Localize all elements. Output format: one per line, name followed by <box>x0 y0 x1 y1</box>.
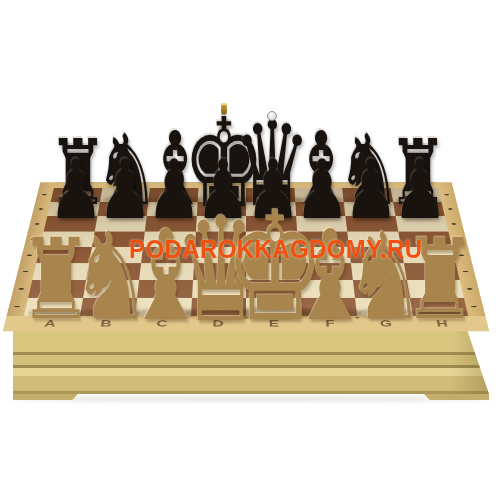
board-square <box>395 216 448 231</box>
board-square <box>193 263 246 280</box>
board-square <box>390 188 441 202</box>
rim-hole <box>27 254 32 256</box>
board-square <box>409 297 468 315</box>
brass-pin <box>355 317 359 318</box>
board-square <box>246 216 297 231</box>
board-square <box>298 263 352 280</box>
board-square <box>40 231 94 247</box>
box-mid-slab <box>0 355 500 365</box>
file-label: A <box>38 319 62 329</box>
board-square <box>36 247 91 263</box>
board-square <box>86 263 141 280</box>
board-square <box>197 188 246 202</box>
rim-hole <box>38 208 43 209</box>
rim-hole <box>451 223 456 224</box>
rim-hole <box>459 254 464 256</box>
chess-set-product-photo: ABCDEFGH ♜♞♝♚♛♝♞♜♟♟♟♟♟♟♟♟♜♞♝♛♚♝♞♜ PODARO… <box>0 0 500 500</box>
board-square <box>147 202 198 217</box>
board-square <box>192 280 246 297</box>
rim-hole <box>18 288 24 290</box>
board-square <box>355 297 413 315</box>
board-square <box>94 216 146 231</box>
board-square <box>246 263 299 280</box>
file-label: H <box>430 319 454 329</box>
rim-hole <box>14 306 20 308</box>
board-square <box>139 263 193 280</box>
box-lid-edge <box>0 330 500 352</box>
rim-hole <box>35 223 40 224</box>
box-base-slab <box>0 376 500 391</box>
board-square <box>351 263 406 280</box>
file-label: D <box>207 319 229 329</box>
board-square <box>393 202 445 217</box>
board-square <box>83 280 140 297</box>
board-square <box>246 280 300 297</box>
rim-hole <box>467 288 473 290</box>
board-square <box>148 188 198 202</box>
rim-hole <box>23 271 29 273</box>
rim-hole <box>42 194 47 195</box>
board-square <box>51 188 102 202</box>
board-square <box>344 202 395 217</box>
king-gold-screw-finial <box>221 103 227 114</box>
board-square <box>190 297 246 315</box>
board-square <box>47 202 99 217</box>
board-square <box>135 297 192 315</box>
brass-pin <box>132 317 136 318</box>
board-square <box>403 263 459 280</box>
board-square <box>300 297 357 315</box>
box-foot-left <box>13 394 78 400</box>
board-square <box>246 202 296 217</box>
rim-hole <box>448 208 453 209</box>
file-label: B <box>94 319 117 329</box>
board-square <box>32 263 88 280</box>
board-square <box>28 280 86 297</box>
board-square <box>299 280 354 297</box>
board-square <box>345 216 397 231</box>
rim-hole <box>444 194 449 195</box>
board-square <box>294 188 344 202</box>
board-square <box>145 216 196 231</box>
board-square <box>97 202 148 217</box>
queen-white-ball-finial <box>267 111 277 121</box>
box-foot-right <box>424 394 489 400</box>
board-square <box>137 280 192 297</box>
board-rim-front: ABCDEFGH <box>3 316 490 332</box>
board-square <box>195 216 246 231</box>
box-bottom-edge <box>0 391 500 394</box>
board-square <box>353 280 410 297</box>
file-label: F <box>319 319 342 329</box>
box-moulding <box>0 368 500 376</box>
board-square <box>406 280 464 297</box>
board-square <box>196 202 246 217</box>
board-square <box>99 188 149 202</box>
board-square <box>79 297 137 315</box>
board-square <box>342 188 392 202</box>
file-label: C <box>151 319 174 329</box>
rim-hole <box>471 306 477 308</box>
brass-pin <box>244 317 248 318</box>
board-square <box>246 188 295 202</box>
board-square <box>296 216 347 231</box>
board-square <box>24 297 83 315</box>
rim-hole <box>463 271 469 273</box>
rim-hole <box>31 239 36 241</box>
ground-shadow <box>10 397 492 401</box>
board-square <box>44 216 97 231</box>
file-label: G <box>374 319 397 329</box>
file-label: E <box>263 319 285 329</box>
rim-hole <box>455 239 460 241</box>
watermark-text: PODAROKKAGDOMY.RU <box>129 234 423 265</box>
board-square <box>246 297 302 315</box>
box-side-shading <box>452 321 489 394</box>
board-square <box>295 202 346 217</box>
